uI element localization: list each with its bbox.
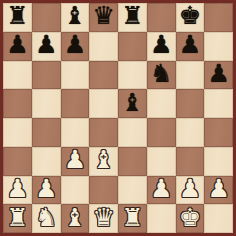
square-e6[interactable] (118, 61, 147, 90)
square-d6[interactable] (89, 61, 118, 90)
square-a1[interactable]: ♜ (3, 204, 32, 233)
piece-black-rook[interactable]: ♜ (6, 3, 28, 30)
square-a5[interactable] (3, 89, 32, 118)
square-a3[interactable] (3, 147, 32, 176)
piece-white-pawn[interactable]: ♟ (35, 176, 57, 203)
square-e2[interactable] (118, 176, 147, 205)
piece-white-rook[interactable]: ♜ (6, 204, 28, 231)
piece-black-bishop[interactable]: ♝ (64, 3, 86, 30)
square-b4[interactable] (32, 118, 61, 147)
square-d7[interactable] (89, 32, 118, 61)
square-e1[interactable]: ♜ (118, 204, 147, 233)
piece-black-king[interactable]: ♚ (179, 3, 201, 30)
square-f1[interactable] (147, 204, 176, 233)
square-h7[interactable] (204, 32, 233, 61)
piece-black-pawn[interactable]: ♟ (179, 32, 201, 59)
square-g4[interactable] (176, 118, 205, 147)
piece-black-pawn[interactable]: ♟ (35, 32, 57, 59)
square-g3[interactable] (176, 147, 205, 176)
square-c5[interactable] (61, 89, 90, 118)
piece-black-bishop[interactable]: ♝ (121, 89, 143, 116)
piece-white-knight[interactable]: ♞ (35, 204, 57, 231)
square-e8[interactable]: ♜ (118, 3, 147, 32)
square-h5[interactable] (204, 89, 233, 118)
piece-white-pawn[interactable]: ♟ (207, 176, 229, 203)
square-f8[interactable] (147, 3, 176, 32)
square-b6[interactable] (32, 61, 61, 90)
square-f6[interactable]: ♞ (147, 61, 176, 90)
square-a7[interactable]: ♟ (3, 32, 32, 61)
square-d5[interactable] (89, 89, 118, 118)
square-g1[interactable]: ♚ (176, 204, 205, 233)
piece-black-pawn[interactable]: ♟ (64, 32, 86, 59)
square-d3[interactable]: ♝ (89, 147, 118, 176)
square-e5[interactable]: ♝ (118, 89, 147, 118)
square-a4[interactable] (3, 118, 32, 147)
square-b3[interactable] (32, 147, 61, 176)
square-h8[interactable] (204, 3, 233, 32)
piece-black-queen[interactable]: ♛ (92, 3, 114, 30)
square-b2[interactable]: ♟ (32, 176, 61, 205)
square-e4[interactable] (118, 118, 147, 147)
piece-black-pawn[interactable]: ♟ (6, 32, 28, 59)
piece-black-pawn[interactable]: ♟ (150, 32, 172, 59)
piece-black-knight[interactable]: ♞ (150, 61, 172, 88)
square-h4[interactable] (204, 118, 233, 147)
piece-white-rook[interactable]: ♜ (121, 204, 143, 231)
square-c6[interactable] (61, 61, 90, 90)
square-b8[interactable] (32, 3, 61, 32)
square-g7[interactable]: ♟ (176, 32, 205, 61)
piece-white-pawn[interactable]: ♟ (150, 176, 172, 203)
square-g8[interactable]: ♚ (176, 3, 205, 32)
square-f2[interactable]: ♟ (147, 176, 176, 205)
piece-black-pawn[interactable]: ♟ (207, 61, 229, 88)
piece-black-rook[interactable]: ♜ (121, 3, 143, 30)
square-h2[interactable]: ♟ (204, 176, 233, 205)
piece-white-bishop[interactable]: ♝ (64, 204, 86, 231)
square-c2[interactable] (61, 176, 90, 205)
square-f3[interactable] (147, 147, 176, 176)
square-h3[interactable] (204, 147, 233, 176)
piece-white-king[interactable]: ♚ (179, 204, 201, 231)
square-a6[interactable] (3, 61, 32, 90)
square-g6[interactable] (176, 61, 205, 90)
square-c7[interactable]: ♟ (61, 32, 90, 61)
square-b1[interactable]: ♞ (32, 204, 61, 233)
square-d8[interactable]: ♛ (89, 3, 118, 32)
square-e7[interactable] (118, 32, 147, 61)
square-c3[interactable]: ♟ (61, 147, 90, 176)
square-d2[interactable] (89, 176, 118, 205)
square-d1[interactable]: ♛ (89, 204, 118, 233)
square-d4[interactable] (89, 118, 118, 147)
square-f4[interactable] (147, 118, 176, 147)
square-h1[interactable] (204, 204, 233, 233)
piece-white-bishop[interactable]: ♝ (92, 147, 114, 174)
square-c1[interactable]: ♝ (61, 204, 90, 233)
piece-white-pawn[interactable]: ♟ (64, 147, 86, 174)
square-h6[interactable]: ♟ (204, 61, 233, 90)
square-f7[interactable]: ♟ (147, 32, 176, 61)
chess-board-frame: ♜♝♛♜♚♟♟♟♟♟♞♟♝♟♝♟♟♟♟♟♜♞♝♛♜♚ (0, 0, 236, 236)
square-g5[interactable] (176, 89, 205, 118)
square-c4[interactable] (61, 118, 90, 147)
square-b7[interactable]: ♟ (32, 32, 61, 61)
chess-board: ♜♝♛♜♚♟♟♟♟♟♞♟♝♟♝♟♟♟♟♟♜♞♝♛♜♚ (3, 3, 233, 233)
square-b5[interactable] (32, 89, 61, 118)
piece-white-pawn[interactable]: ♟ (179, 176, 201, 203)
square-e3[interactable] (118, 147, 147, 176)
square-a8[interactable]: ♜ (3, 3, 32, 32)
piece-white-queen[interactable]: ♛ (92, 204, 114, 231)
square-c8[interactable]: ♝ (61, 3, 90, 32)
square-a2[interactable]: ♟ (3, 176, 32, 205)
piece-white-pawn[interactable]: ♟ (6, 176, 28, 203)
square-g2[interactable]: ♟ (176, 176, 205, 205)
square-f5[interactable] (147, 89, 176, 118)
